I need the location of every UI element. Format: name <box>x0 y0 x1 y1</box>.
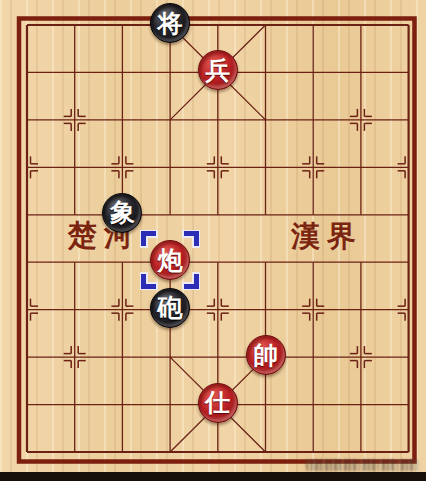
bottom-bar <box>0 472 426 481</box>
river-label-han: 漢界 <box>291 222 363 251</box>
piece-black-cannon[interactable]: 砲 <box>150 288 190 328</box>
watermark-blur <box>306 459 420 471</box>
piece-black-general[interactable]: 将 <box>150 3 190 43</box>
selection-corner-icon <box>140 272 158 290</box>
piece-black-elephant[interactable]: 象 <box>102 193 142 233</box>
selection-corner-icon <box>182 230 200 248</box>
selection-corner-icon <box>182 272 200 290</box>
piece-red-advisor[interactable]: 仕 <box>198 383 238 423</box>
piece-red-soldier[interactable]: 兵 <box>198 50 238 90</box>
piece-red-general[interactable]: 帥 <box>246 335 286 375</box>
xiangqi-board[interactable]: 楚河 漢界 将兵象炮砲帥仕 <box>0 0 426 481</box>
